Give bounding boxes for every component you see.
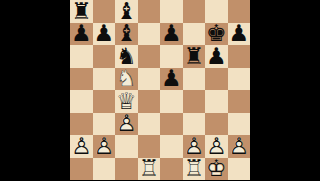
black-pawn: ♟ <box>160 23 183 46</box>
square-c3[interactable]: ♟♙ <box>115 113 138 136</box>
square-d4[interactable] <box>138 90 161 113</box>
piece-outline: ♔ <box>205 158 228 181</box>
piece-outline: ♙ <box>115 113 138 136</box>
white-pawn: ♟♙ <box>115 113 138 136</box>
piece-glyph: ♟ <box>205 45 228 68</box>
square-c5[interactable]: ♞♘ <box>115 68 138 91</box>
square-a5[interactable] <box>70 68 93 91</box>
square-g4[interactable] <box>205 90 228 113</box>
square-e2[interactable] <box>160 135 183 158</box>
square-h5[interactable] <box>228 68 251 91</box>
square-a4[interactable] <box>70 90 93 113</box>
piece-glyph: ♝ <box>115 23 138 46</box>
square-a1[interactable] <box>70 158 93 181</box>
square-c6[interactable]: ♞ <box>115 45 138 68</box>
square-b1[interactable] <box>93 158 116 181</box>
square-h8[interactable] <box>228 0 251 23</box>
piece-glyph: ♝ <box>115 0 138 23</box>
piece-fill: ♟ <box>70 135 93 158</box>
white-pawn: ♟♙ <box>228 135 251 158</box>
square-c1[interactable] <box>115 158 138 181</box>
square-a3[interactable] <box>70 113 93 136</box>
white-pawn: ♟♙ <box>70 135 93 158</box>
black-pawn: ♟ <box>160 68 183 91</box>
piece-glyph: ♜ <box>183 45 206 68</box>
square-f5[interactable] <box>183 68 206 91</box>
piece-outline: ♘ <box>115 68 138 91</box>
square-e5[interactable]: ♟ <box>160 68 183 91</box>
square-a7[interactable]: ♟ <box>70 23 93 46</box>
square-b2[interactable]: ♟♙ <box>93 135 116 158</box>
square-g5[interactable] <box>205 68 228 91</box>
white-rook: ♜♖ <box>138 158 161 181</box>
square-c4[interactable]: ♛♕ <box>115 90 138 113</box>
square-g3[interactable] <box>205 113 228 136</box>
square-a6[interactable] <box>70 45 93 68</box>
square-f3[interactable] <box>183 113 206 136</box>
square-h6[interactable] <box>228 45 251 68</box>
square-e1[interactable] <box>160 158 183 181</box>
square-g8[interactable] <box>205 0 228 23</box>
square-a8[interactable]: ♜ <box>70 0 93 23</box>
piece-fill: ♟ <box>115 113 138 136</box>
piece-glyph: ♟ <box>93 23 116 46</box>
square-d3[interactable] <box>138 113 161 136</box>
square-h3[interactable] <box>228 113 251 136</box>
black-pawn: ♟ <box>70 23 93 46</box>
canvas-background: ♜♝♟♟♝♟♚♟♞♜♟♞♘♟♛♕♟♙♟♙♟♙♟♙♟♙♟♙♜♖♜♖♚♔ <box>0 0 320 180</box>
piece-glyph: ♚ <box>205 23 228 46</box>
square-b8[interactable] <box>93 0 116 23</box>
square-d8[interactable] <box>138 0 161 23</box>
square-e6[interactable] <box>160 45 183 68</box>
white-king: ♚♔ <box>205 158 228 181</box>
chess-board: ♜♝♟♟♝♟♚♟♞♜♟♞♘♟♛♕♟♙♟♙♟♙♟♙♟♙♟♙♜♖♜♖♚♔ <box>70 0 250 180</box>
piece-outline: ♖ <box>183 158 206 181</box>
square-g6[interactable]: ♟ <box>205 45 228 68</box>
square-d2[interactable] <box>138 135 161 158</box>
piece-fill: ♜ <box>183 158 206 181</box>
piece-fill: ♟ <box>205 135 228 158</box>
piece-outline: ♙ <box>205 135 228 158</box>
square-e7[interactable]: ♟ <box>160 23 183 46</box>
square-h1[interactable] <box>228 158 251 181</box>
square-f7[interactable] <box>183 23 206 46</box>
black-king: ♚ <box>205 23 228 46</box>
black-knight: ♞ <box>115 45 138 68</box>
piece-glyph: ♟ <box>70 23 93 46</box>
square-f1[interactable]: ♜♖ <box>183 158 206 181</box>
square-c2[interactable] <box>115 135 138 158</box>
square-c8[interactable]: ♝ <box>115 0 138 23</box>
white-rook: ♜♖ <box>183 158 206 181</box>
square-f6[interactable]: ♜ <box>183 45 206 68</box>
piece-outline: ♕ <box>115 90 138 113</box>
piece-glyph: ♟ <box>160 68 183 91</box>
piece-glyph: ♜ <box>70 0 93 23</box>
piece-glyph: ♟ <box>228 23 251 46</box>
white-pawn: ♟♙ <box>205 135 228 158</box>
square-b5[interactable] <box>93 68 116 91</box>
piece-fill: ♛ <box>115 90 138 113</box>
square-f4[interactable] <box>183 90 206 113</box>
square-b3[interactable] <box>93 113 116 136</box>
black-rook: ♜ <box>70 0 93 23</box>
white-queen: ♛♕ <box>115 90 138 113</box>
black-pawn: ♟ <box>93 23 116 46</box>
black-bishop: ♝ <box>115 23 138 46</box>
square-e4[interactable] <box>160 90 183 113</box>
square-g2[interactable]: ♟♙ <box>205 135 228 158</box>
piece-glyph: ♞ <box>115 45 138 68</box>
piece-outline: ♙ <box>183 135 206 158</box>
square-a2[interactable]: ♟♙ <box>70 135 93 158</box>
square-h4[interactable] <box>228 90 251 113</box>
square-g1[interactable]: ♚♔ <box>205 158 228 181</box>
square-d7[interactable] <box>138 23 161 46</box>
square-g7[interactable]: ♚ <box>205 23 228 46</box>
piece-fill: ♞ <box>115 68 138 91</box>
square-e8[interactable] <box>160 0 183 23</box>
piece-fill: ♚ <box>205 158 228 181</box>
square-e3[interactable] <box>160 113 183 136</box>
square-b4[interactable] <box>93 90 116 113</box>
piece-outline: ♙ <box>70 135 93 158</box>
piece-outline: ♙ <box>93 135 116 158</box>
square-d6[interactable] <box>138 45 161 68</box>
piece-fill: ♟ <box>183 135 206 158</box>
black-pawn: ♟ <box>228 23 251 46</box>
square-d1[interactable]: ♜♖ <box>138 158 161 181</box>
white-pawn: ♟♙ <box>93 135 116 158</box>
piece-outline: ♙ <box>228 135 251 158</box>
white-pawn: ♟♙ <box>183 135 206 158</box>
square-f2[interactable]: ♟♙ <box>183 135 206 158</box>
piece-outline: ♖ <box>138 158 161 181</box>
square-h2[interactable]: ♟♙ <box>228 135 251 158</box>
piece-fill: ♟ <box>228 135 251 158</box>
square-f8[interactable] <box>183 0 206 23</box>
piece-fill: ♟ <box>93 135 116 158</box>
square-c7[interactable]: ♝ <box>115 23 138 46</box>
black-rook: ♜ <box>183 45 206 68</box>
white-knight: ♞♘ <box>115 68 138 91</box>
black-bishop: ♝ <box>115 0 138 23</box>
piece-glyph: ♟ <box>160 23 183 46</box>
square-d5[interactable] <box>138 68 161 91</box>
piece-fill: ♜ <box>138 158 161 181</box>
square-h7[interactable]: ♟ <box>228 23 251 46</box>
black-pawn: ♟ <box>205 45 228 68</box>
square-b6[interactable] <box>93 45 116 68</box>
square-b7[interactable]: ♟ <box>93 23 116 46</box>
